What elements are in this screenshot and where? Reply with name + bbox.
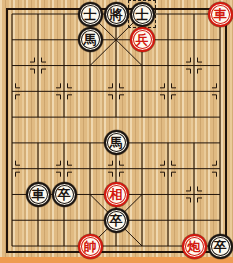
piece-red-soldier[interactable]: 兵 <box>130 27 155 52</box>
piece-black-chariot[interactable]: 車 <box>26 182 51 207</box>
piece-red-elephant[interactable]: 相 <box>104 182 129 207</box>
piece-black-soldier[interactable]: 卒 <box>208 234 233 259</box>
piece-black-general[interactable]: 將 <box>104 2 129 27</box>
piece-black-soldier[interactable]: 卒 <box>52 182 77 207</box>
piece-black-horse[interactable]: 馬 <box>78 27 103 52</box>
pieces-layer: 士將士車馬兵馬車卒相卒帥炮卒 <box>0 0 233 263</box>
piece-black-advisor[interactable]: 士 <box>130 2 155 27</box>
piece-red-general[interactable]: 帥 <box>78 234 103 259</box>
piece-black-horse[interactable]: 馬 <box>104 130 129 155</box>
piece-red-cannon[interactable]: 炮 <box>182 234 207 259</box>
piece-red-chariot[interactable]: 車 <box>208 2 233 27</box>
piece-black-soldier[interactable]: 卒 <box>104 208 129 233</box>
piece-black-advisor[interactable]: 士 <box>78 2 103 27</box>
xiangqi-board: 士將士車馬兵馬車卒相卒帥炮卒 <box>0 0 233 263</box>
